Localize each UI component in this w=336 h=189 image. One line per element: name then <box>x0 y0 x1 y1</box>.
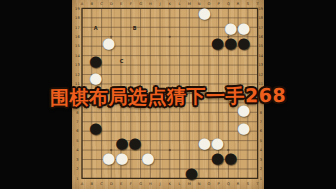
black-stone: ● <box>224 151 237 166</box>
white-stone: ● <box>237 21 250 36</box>
black-stone: ● <box>237 36 250 51</box>
black-stone: ● <box>211 36 224 51</box>
black-stone: ● <box>89 121 102 136</box>
black-stone: ● <box>211 151 224 166</box>
overlay-title: 围棋布局选点猜下一手268 <box>0 82 336 112</box>
black-stone: ● <box>185 166 198 181</box>
white-stone: ● <box>237 121 250 136</box>
white-stone: ● <box>211 136 224 151</box>
white-stone: ● <box>142 151 155 166</box>
black-stone: ● <box>89 54 102 69</box>
white-stone: ● <box>115 151 128 166</box>
white-stone: ● <box>102 151 115 166</box>
white-stone: ● <box>224 21 237 36</box>
black-stone: ● <box>224 36 237 51</box>
point-label: B <box>131 25 138 33</box>
point-label: C <box>118 57 125 65</box>
black-stone: ● <box>128 136 141 151</box>
white-stone: ● <box>102 36 115 51</box>
point-label: A <box>92 25 99 33</box>
white-stone: ● <box>198 136 211 151</box>
video-frame: AABBCCDDEEFFGGHHJJKKLLMMNNOOPPQQRRSSTT19… <box>0 0 336 189</box>
white-stone: ● <box>198 6 211 21</box>
